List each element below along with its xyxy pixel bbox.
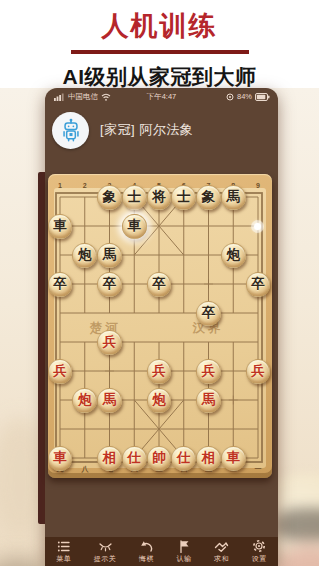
opponent-row: [家冠] 阿尔法象: [45, 106, 278, 154]
banner-title: 人机训练: [0, 8, 319, 44]
board-intersection[interactable]: [72, 328, 97, 357]
resign-button[interactable]: 认输: [177, 540, 192, 564]
board-intersection[interactable]: [97, 357, 122, 386]
red-piece-帥[interactable]: 帥: [147, 446, 172, 471]
board-intersection[interactable]: 卒: [97, 270, 122, 299]
board-intersection[interactable]: 仕: [122, 444, 147, 473]
board-intersection[interactable]: 将: [147, 183, 172, 212]
board-intersection[interactable]: [48, 241, 73, 270]
red-piece-炮[interactable]: 炮: [72, 388, 97, 413]
board-intersection[interactable]: 馬: [97, 241, 122, 270]
hint-toggle-label: 提示关: [94, 554, 117, 564]
banner-subtitle: AI级别从家冠到大师: [0, 63, 319, 91]
board-intersection[interactable]: [72, 299, 97, 328]
offer-draw-button[interactable]: 求和: [214, 540, 229, 564]
settings-label: 设置: [252, 554, 267, 564]
xiangqi-board: 楚河 汉界 123456789 九八七六五四三二一 象士将士象馬車車炮馬炮卒卒卒…: [48, 174, 272, 478]
board-intersection[interactable]: [122, 386, 147, 415]
board-intersection[interactable]: [171, 357, 196, 386]
board-intersection[interactable]: 炮: [72, 386, 97, 415]
board-intersection[interactable]: [147, 415, 172, 444]
red-piece-兵[interactable]: 兵: [246, 359, 271, 384]
battery-percent: 84%: [237, 92, 252, 101]
board-intersection[interactable]: 炮: [72, 241, 97, 270]
board-intersection[interactable]: [72, 357, 97, 386]
board-intersection[interactable]: 仕: [171, 444, 196, 473]
board-intersection[interactable]: [122, 328, 147, 357]
board-intersection[interactable]: 象: [196, 183, 221, 212]
hint-off-icon: [98, 540, 113, 553]
board-intersection[interactable]: 車: [48, 444, 73, 473]
black-piece-車[interactable]: 車: [122, 214, 147, 239]
opponent-name: [家冠] 阿尔法象: [100, 121, 193, 139]
board-intersection[interactable]: [72, 270, 97, 299]
undo-icon: [139, 540, 153, 553]
board-intersection[interactable]: [221, 212, 246, 241]
wifi-icon: [101, 93, 111, 101]
board-intersection[interactable]: [122, 270, 147, 299]
gear-icon: [252, 539, 266, 553]
black-piece-士[interactable]: 士: [122, 185, 147, 210]
board-intersection[interactable]: [147, 212, 172, 241]
black-piece-炮[interactable]: 炮: [221, 243, 246, 268]
board-intersection[interactable]: [48, 415, 73, 444]
board-intersection[interactable]: [221, 270, 246, 299]
board-intersection[interactable]: 兵: [97, 328, 122, 357]
battery-icon: [255, 93, 270, 101]
board-intersection[interactable]: 馬: [97, 386, 122, 415]
board-intersection[interactable]: [171, 270, 196, 299]
red-piece-仕[interactable]: 仕: [171, 446, 196, 471]
resign-label: 认输: [177, 554, 192, 564]
red-piece-兵[interactable]: 兵: [196, 359, 221, 384]
board-intersection[interactable]: [122, 415, 147, 444]
board-intersection[interactable]: [246, 299, 271, 328]
black-piece-卒[interactable]: 卒: [246, 272, 271, 297]
banner-divider: [71, 50, 249, 54]
board-intersection[interactable]: 車: [48, 212, 73, 241]
offer-draw-label: 求和: [214, 554, 229, 564]
board-intersection[interactable]: 卒: [196, 299, 221, 328]
board-intersection[interactable]: [246, 183, 271, 212]
board-intersection[interactable]: 馬: [221, 183, 246, 212]
board-intersection[interactable]: 兵: [246, 357, 271, 386]
page: 人机训练 AI级别从家冠到大师 中国电信: [0, 0, 319, 566]
bottom-toolbar: 菜单 提示关 悔棋: [45, 537, 278, 566]
board-intersection[interactable]: 卒: [246, 270, 271, 299]
board-intersection[interactable]: 兵: [48, 357, 73, 386]
board-intersection[interactable]: 卒: [48, 270, 73, 299]
menu-label: 菜单: [56, 554, 71, 564]
black-piece-馬[interactable]: 馬: [221, 185, 246, 210]
board-intersection[interactable]: [246, 444, 271, 473]
settings-button[interactable]: 设置: [252, 539, 267, 564]
board-intersection[interactable]: [147, 299, 172, 328]
board-intersection[interactable]: [171, 299, 196, 328]
board-intersection[interactable]: [72, 415, 97, 444]
black-piece-卒[interactable]: 卒: [147, 272, 172, 297]
red-piece-炮[interactable]: 炮: [147, 388, 172, 413]
board-intersection[interactable]: 車: [122, 212, 147, 241]
board-intersection[interactable]: 相: [196, 444, 221, 473]
board-intersection[interactable]: [196, 270, 221, 299]
board-intersection[interactable]: 相: [97, 444, 122, 473]
carrier-label: 中国电信: [68, 92, 98, 102]
board-intersection[interactable]: [171, 386, 196, 415]
board-intersection[interactable]: [122, 299, 147, 328]
board-intersection[interactable]: 象: [97, 183, 122, 212]
board-intersection[interactable]: [48, 183, 73, 212]
board-intersection[interactable]: [171, 241, 196, 270]
board-intersection[interactable]: [97, 415, 122, 444]
red-piece-兵[interactable]: 兵: [147, 359, 172, 384]
black-piece-士[interactable]: 士: [171, 185, 196, 210]
board-intersection[interactable]: 卒: [147, 270, 172, 299]
clock-time: 下午4:47: [147, 92, 177, 102]
board-intersection[interactable]: [171, 415, 196, 444]
red-piece-兵[interactable]: 兵: [48, 359, 73, 384]
robot-icon: [58, 117, 84, 143]
black-piece-車[interactable]: 車: [48, 214, 73, 239]
board-intersection[interactable]: [221, 386, 246, 415]
board-intersection[interactable]: [246, 386, 271, 415]
black-piece-卒[interactable]: 卒: [196, 301, 221, 326]
black-piece-卒[interactable]: 卒: [48, 272, 73, 297]
board-intersection[interactable]: [246, 328, 271, 357]
red-piece-相[interactable]: 相: [97, 446, 122, 471]
board-intersection[interactable]: [72, 444, 97, 473]
board-intersection[interactable]: [48, 299, 73, 328]
board-intersection[interactable]: [97, 299, 122, 328]
board-intersection[interactable]: 士: [171, 183, 196, 212]
undo-move-label: 悔棋: [139, 554, 154, 564]
undo-move-button[interactable]: 悔棋: [139, 540, 154, 564]
board-intersection[interactable]: 炮: [147, 386, 172, 415]
board-intersection[interactable]: 馬: [196, 386, 221, 415]
board-intersection[interactable]: [221, 357, 246, 386]
board-intersection[interactable]: [48, 386, 73, 415]
status-bar: 中国电信 下午4:47 84%: [45, 88, 278, 107]
phone-screenshot: 中国电信 下午4:47 84%: [45, 88, 278, 566]
red-piece-馬[interactable]: 馬: [97, 388, 122, 413]
board-intersection[interactable]: [221, 415, 246, 444]
red-piece-車[interactable]: 車: [48, 446, 73, 471]
board-intersection[interactable]: [196, 328, 221, 357]
red-piece-仕[interactable]: 仕: [122, 446, 147, 471]
board-intersection[interactable]: [196, 241, 221, 270]
board-intersection[interactable]: 士: [122, 183, 147, 212]
last-move-origin-marker: [254, 223, 261, 230]
red-piece-馬[interactable]: 馬: [196, 388, 221, 413]
menu-icon: [57, 540, 71, 553]
opponent-avatar[interactable]: [52, 112, 89, 149]
resign-flag-icon: [178, 540, 191, 553]
black-piece-将[interactable]: 将: [147, 185, 172, 210]
black-piece-卒[interactable]: 卒: [97, 272, 122, 297]
board-intersection[interactable]: [171, 212, 196, 241]
signal-icon: [54, 93, 65, 101]
black-piece-炮[interactable]: 炮: [72, 243, 97, 268]
board-intersection[interactable]: [246, 241, 271, 270]
menu-button[interactable]: 菜单: [56, 540, 71, 564]
board-intersection[interactable]: 帥: [147, 444, 172, 473]
red-piece-車[interactable]: 車: [221, 446, 246, 471]
red-piece-兵[interactable]: 兵: [97, 330, 122, 355]
hint-toggle-button[interactable]: 提示关: [94, 540, 117, 564]
board-intersection[interactable]: [122, 357, 147, 386]
board-intersection[interactable]: [246, 415, 271, 444]
board-intersection[interactable]: [221, 328, 246, 357]
board-intersection[interactable]: [196, 212, 221, 241]
board-intersection[interactable]: [97, 212, 122, 241]
black-piece-象[interactable]: 象: [196, 185, 221, 210]
board-intersection[interactable]: 炮: [221, 241, 246, 270]
board-intersection[interactable]: [72, 183, 97, 212]
banner: 人机训练 AI级别从家冠到大师: [0, 0, 319, 91]
red-piece-相[interactable]: 相: [196, 446, 221, 471]
board-intersection[interactable]: 兵: [196, 357, 221, 386]
board-intersection[interactable]: [147, 241, 172, 270]
board-intersection[interactable]: [48, 328, 73, 357]
board-cells: 象士将士象馬車車炮馬炮卒卒卒卒卒兵兵兵兵兵炮馬炮馬車相仕帥仕相車: [48, 183, 271, 473]
black-piece-象[interactable]: 象: [97, 185, 122, 210]
board-intersection[interactable]: [122, 241, 147, 270]
board-intersection[interactable]: 兵: [147, 357, 172, 386]
board-intersection[interactable]: [196, 415, 221, 444]
board-intersection[interactable]: [171, 328, 196, 357]
handshake-icon: [214, 540, 229, 553]
orientation-lock-icon: [226, 93, 234, 101]
black-piece-馬[interactable]: 馬: [97, 243, 122, 268]
board-intersection[interactable]: [72, 212, 97, 241]
backdrop-blurred-character: [275, 508, 319, 542]
board-intersection[interactable]: [246, 212, 271, 241]
board-intersection[interactable]: [147, 328, 172, 357]
board-intersection[interactable]: 車: [221, 444, 246, 473]
board-intersection[interactable]: [221, 299, 246, 328]
